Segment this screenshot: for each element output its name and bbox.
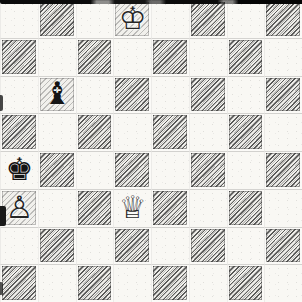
piece-black-king: ♚ (5, 154, 33, 185)
square-g5[interactable] (227, 113, 265, 151)
square-g6[interactable] (227, 76, 265, 114)
square-c3[interactable] (76, 189, 114, 227)
square-b5[interactable] (38, 113, 76, 151)
square-f2[interactable] (189, 227, 227, 265)
square-d4[interactable] (113, 151, 151, 189)
square-b2[interactable] (38, 227, 76, 265)
square-e5[interactable] (151, 113, 189, 151)
square-b1[interactable] (38, 264, 76, 302)
chess-board: ♔♝♚♙♕ (0, 0, 302, 302)
square-a7[interactable] (0, 38, 38, 76)
square-d6[interactable] (113, 76, 151, 114)
top-border-smudge (0, 0, 302, 4)
square-a2[interactable] (0, 227, 38, 265)
square-f8[interactable] (189, 0, 227, 38)
square-c2[interactable] (76, 227, 114, 265)
pencil-smudge (0, 282, 3, 295)
square-e1[interactable] (151, 264, 189, 302)
square-a4[interactable]: ♚ (0, 151, 38, 189)
square-e7[interactable] (151, 38, 189, 76)
piece-white-queen: ♕ (119, 192, 147, 223)
square-c4[interactable] (76, 151, 114, 189)
pencil-smudge (0, 206, 6, 226)
square-g8[interactable] (227, 0, 265, 38)
square-e3[interactable] (151, 189, 189, 227)
square-g4[interactable] (227, 151, 265, 189)
square-b3[interactable] (38, 189, 76, 227)
square-c7[interactable] (76, 38, 114, 76)
square-f3[interactable] (189, 189, 227, 227)
square-a8[interactable] (0, 0, 38, 38)
square-f1[interactable] (189, 264, 227, 302)
square-b7[interactable] (38, 38, 76, 76)
square-b6[interactable]: ♝ (38, 76, 76, 114)
square-g3[interactable] (227, 189, 265, 227)
square-h1[interactable] (264, 264, 302, 302)
square-d2[interactable] (113, 227, 151, 265)
square-d1[interactable] (113, 264, 151, 302)
square-b4[interactable] (38, 151, 76, 189)
square-f7[interactable] (189, 38, 227, 76)
square-h8[interactable] (264, 0, 302, 38)
square-d3[interactable]: ♕ (113, 189, 151, 227)
square-g2[interactable] (227, 227, 265, 265)
square-d5[interactable] (113, 113, 151, 151)
square-g1[interactable] (227, 264, 265, 302)
square-b8[interactable] (38, 0, 76, 38)
square-c5[interactable] (76, 113, 114, 151)
piece-black-bishop: ♝ (43, 78, 71, 109)
square-e4[interactable] (151, 151, 189, 189)
square-c8[interactable] (76, 0, 114, 38)
piece-white-king: ♔ (119, 3, 147, 34)
square-e6[interactable] (151, 76, 189, 114)
square-h7[interactable] (264, 38, 302, 76)
square-f4[interactable] (189, 151, 227, 189)
square-c1[interactable] (76, 264, 114, 302)
square-h5[interactable] (264, 113, 302, 151)
square-d8[interactable]: ♔ (113, 0, 151, 38)
square-a6[interactable] (0, 76, 38, 114)
square-h6[interactable] (264, 76, 302, 114)
square-h3[interactable] (264, 189, 302, 227)
square-g7[interactable] (227, 38, 265, 76)
square-d7[interactable] (113, 38, 151, 76)
square-a1[interactable] (0, 264, 38, 302)
square-e8[interactable] (151, 0, 189, 38)
square-e2[interactable] (151, 227, 189, 265)
square-h2[interactable] (264, 227, 302, 265)
square-c6[interactable] (76, 76, 114, 114)
square-a5[interactable] (0, 113, 38, 151)
piece-white-pawn: ♙ (5, 192, 33, 223)
square-f6[interactable] (189, 76, 227, 114)
pencil-smudge (0, 95, 3, 111)
square-h4[interactable] (264, 151, 302, 189)
square-f5[interactable] (189, 113, 227, 151)
